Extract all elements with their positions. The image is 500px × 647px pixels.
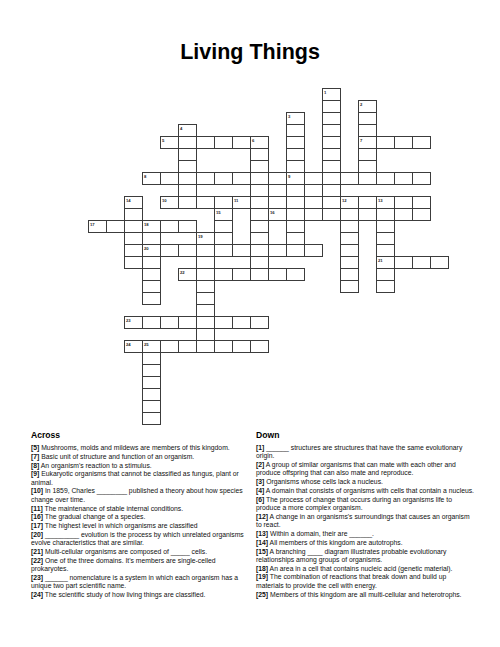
- clue-number: [21]: [31, 548, 43, 555]
- clue-item: [12] A change in an organisms's surround…: [256, 513, 475, 530]
- grid-cell[interactable]: [376, 280, 395, 293]
- crossword-worksheet: Living Things 12739456810111213211415161…: [0, 0, 500, 647]
- grid-cell[interactable]: [160, 316, 179, 329]
- clue-number: [5]: [31, 444, 39, 451]
- clue-number: [23]: [31, 574, 43, 581]
- grid-cell[interactable]: [178, 340, 197, 353]
- clue-item: [13] Within a domain, their are ______.: [256, 530, 475, 538]
- clue-item: [4] A domain that consists of organisms …: [256, 487, 475, 495]
- grid-cell[interactable]: [232, 268, 251, 281]
- cell-number: 15: [216, 210, 221, 215]
- clue-number: [1]: [256, 444, 264, 451]
- grid-cell[interactable]: [250, 340, 269, 353]
- cell-number: 18: [144, 222, 149, 227]
- clue-item: [21] Multi-cellular organisms are compos…: [31, 548, 250, 556]
- grid-cell[interactable]: [196, 196, 215, 209]
- clue-item: [10] In 1859, Charles ________ published…: [31, 487, 250, 504]
- cell-number: 23: [126, 318, 131, 323]
- clue-number: [19]: [256, 573, 268, 580]
- clue-item: [8] An organism's reaction to a stimulus…: [31, 462, 250, 470]
- grid-cell[interactable]: [196, 340, 215, 353]
- cell-number: 8: [144, 174, 146, 179]
- clue-item: [5] Mushrooms, molds and mildews are mem…: [31, 444, 250, 452]
- cell-number: 6: [252, 138, 254, 143]
- cell-number: 20: [144, 246, 149, 251]
- grid-cell[interactable]: 16: [268, 208, 287, 221]
- grid-cell[interactable]: [160, 340, 179, 353]
- clue-item: [1] ______ structures are structures tha…: [256, 444, 475, 461]
- grid-cell[interactable]: [124, 256, 143, 269]
- cell-number: 5: [162, 138, 164, 143]
- clue-number: [20]: [31, 531, 43, 538]
- grid-cell[interactable]: [358, 172, 377, 185]
- grid-cell[interactable]: [394, 256, 413, 269]
- clue-item: [22] One of the three domains. It's memb…: [31, 557, 250, 574]
- grid-cell[interactable]: [142, 412, 161, 425]
- clue-number: [16]: [31, 513, 43, 520]
- grid-cell[interactable]: [196, 136, 215, 149]
- clue-item: [25] Members of this kingdom are all mul…: [256, 591, 475, 599]
- grid-cell[interactable]: [412, 256, 431, 269]
- grid-cell[interactable]: [394, 136, 413, 149]
- grid-cell[interactable]: [214, 244, 233, 257]
- grid-cell[interactable]: 22: [178, 268, 197, 281]
- grid-cell[interactable]: [394, 208, 413, 221]
- clue-item: [6] The process of change that occurs du…: [256, 496, 475, 513]
- grid-cell[interactable]: [340, 172, 359, 185]
- grid-cell[interactable]: [196, 172, 215, 185]
- across-heading: Across: [31, 430, 250, 440]
- grid-cell[interactable]: 8: [142, 172, 161, 185]
- grid-cell[interactable]: [376, 136, 395, 149]
- cell-number: 16: [270, 210, 275, 215]
- grid-cell[interactable]: [340, 280, 359, 293]
- grid-cell[interactable]: [160, 244, 179, 257]
- cell-number: 17: [90, 222, 95, 227]
- clue-number: [6]: [256, 496, 264, 503]
- grid-cell[interactable]: [304, 244, 323, 257]
- clue-number: [2]: [256, 461, 264, 468]
- grid-cell[interactable]: [286, 268, 305, 281]
- cell-number: 19: [198, 234, 203, 239]
- grid-cell[interactable]: [304, 172, 323, 185]
- grid-cell[interactable]: 5: [160, 136, 179, 149]
- grid-cell[interactable]: [430, 256, 449, 269]
- grid-cell[interactable]: [412, 172, 431, 185]
- grid-cell[interactable]: [322, 208, 341, 221]
- grid-cell[interactable]: [304, 208, 323, 221]
- clue-item: [9] Eukaryotic organisms that cannot be …: [31, 470, 250, 487]
- clue-number: [12]: [256, 513, 268, 520]
- clue-number: [7]: [31, 453, 39, 460]
- clue-item: [3] Organisms whose cells lack a nucleus…: [256, 478, 475, 486]
- clue-item: [2] A group of similar organisms that ca…: [256, 461, 475, 478]
- clue-number: [17]: [31, 522, 43, 529]
- clue-item: [20] _________ evolution is the process …: [31, 531, 250, 548]
- grid-cell[interactable]: 23: [124, 316, 143, 329]
- grid-cell[interactable]: [160, 172, 179, 185]
- clue-number: [10]: [31, 487, 43, 494]
- grid-cell[interactable]: [286, 244, 305, 257]
- cell-number: 1: [324, 90, 326, 95]
- down-heading: Down: [256, 430, 475, 440]
- clue-number: [13]: [256, 530, 268, 537]
- grid-cell[interactable]: [394, 172, 413, 185]
- grid-cell[interactable]: [268, 268, 287, 281]
- clue-item: [7] Basic unit of structure and function…: [31, 453, 250, 461]
- clue-item: [15] A branching ____ diagram illustrate…: [256, 548, 475, 565]
- clue-item: [14] All members of this kingdom are aut…: [256, 539, 475, 547]
- grid-cell[interactable]: 17: [88, 220, 107, 233]
- cell-number: 9: [288, 174, 290, 179]
- clue-number: [24]: [31, 591, 43, 598]
- cell-number: 22: [180, 270, 185, 275]
- clue-number: [11]: [31, 505, 43, 512]
- clue-item: [23] ______ nomenclature is a system in …: [31, 574, 250, 591]
- down-clues: Down [1] ______ structures are structure…: [256, 430, 475, 599]
- clue-number: [3]: [256, 478, 264, 485]
- clue-number: [15]: [256, 548, 268, 555]
- grid-cell[interactable]: [232, 316, 251, 329]
- grid-cell[interactable]: [214, 340, 233, 353]
- grid-cell[interactable]: [214, 172, 233, 185]
- cell-number: 7: [360, 138, 362, 143]
- grid-cell[interactable]: [178, 244, 197, 257]
- grid-cell[interactable]: [232, 244, 251, 257]
- grid-cell[interactable]: [376, 172, 395, 185]
- clue-item: [11] The maintenance of stable internal …: [31, 505, 250, 513]
- clue-number: [18]: [256, 565, 268, 572]
- grid-cell[interactable]: [412, 208, 431, 221]
- clue-number: [25]: [256, 591, 268, 598]
- clue-item: [18] An area in a cell that contains nuc…: [256, 565, 475, 573]
- grid-cell[interactable]: [250, 268, 269, 281]
- clue-item: [24] The scientific study of how living …: [31, 591, 250, 599]
- grid-cell[interactable]: [232, 340, 251, 353]
- grid-cell[interactable]: [232, 172, 251, 185]
- grid-cell[interactable]: [412, 136, 431, 149]
- grid-cell[interactable]: 11: [232, 196, 251, 209]
- clue-item: [16] The gradual change of a species.: [31, 513, 250, 521]
- grid-cell[interactable]: [358, 208, 377, 221]
- cell-number: 21: [378, 258, 383, 263]
- cell-number: 12: [342, 198, 347, 203]
- cell-number: 25: [144, 342, 149, 347]
- grid-cell[interactable]: [178, 196, 197, 209]
- clue-number: [8]: [31, 462, 39, 469]
- grid-cell[interactable]: [142, 316, 161, 329]
- clue-number: [22]: [31, 557, 43, 564]
- grid-cell[interactable]: [268, 244, 287, 257]
- grid-cell[interactable]: [142, 292, 161, 305]
- clue-number: [4]: [256, 487, 264, 494]
- cell-number: 4: [180, 126, 182, 131]
- grid-cell[interactable]: [214, 268, 233, 281]
- grid-cell[interactable]: [160, 220, 179, 233]
- cell-number: 13: [378, 198, 383, 203]
- clue-number: [9]: [31, 470, 39, 477]
- cell-number: 24: [126, 342, 131, 347]
- grid-cell[interactable]: 24: [124, 340, 143, 353]
- clue-item: [19] The combination of reactions that b…: [256, 573, 475, 590]
- grid-cell[interactable]: [214, 136, 233, 149]
- clue-number: [14]: [256, 539, 268, 546]
- grid-cell[interactable]: [232, 136, 251, 149]
- cell-number: 10: [162, 198, 167, 203]
- grid-cell[interactable]: [178, 316, 197, 329]
- grid-cell[interactable]: [250, 316, 269, 329]
- grid-cell[interactable]: 10: [160, 196, 179, 209]
- cell-number: 11: [234, 198, 238, 203]
- cell-number: 2: [360, 102, 362, 107]
- grid-cell[interactable]: [268, 172, 287, 185]
- cell-number: 3: [288, 114, 290, 119]
- grid-cell[interactable]: [214, 316, 233, 329]
- grid-cell[interactable]: [106, 220, 125, 233]
- grid-cell[interactable]: [178, 220, 197, 233]
- clue-item: [17] The highest level in which organism…: [31, 522, 250, 530]
- cell-number: 14: [126, 198, 131, 203]
- across-clues: Across [5] Mushrooms, molds and mildews …: [31, 430, 250, 600]
